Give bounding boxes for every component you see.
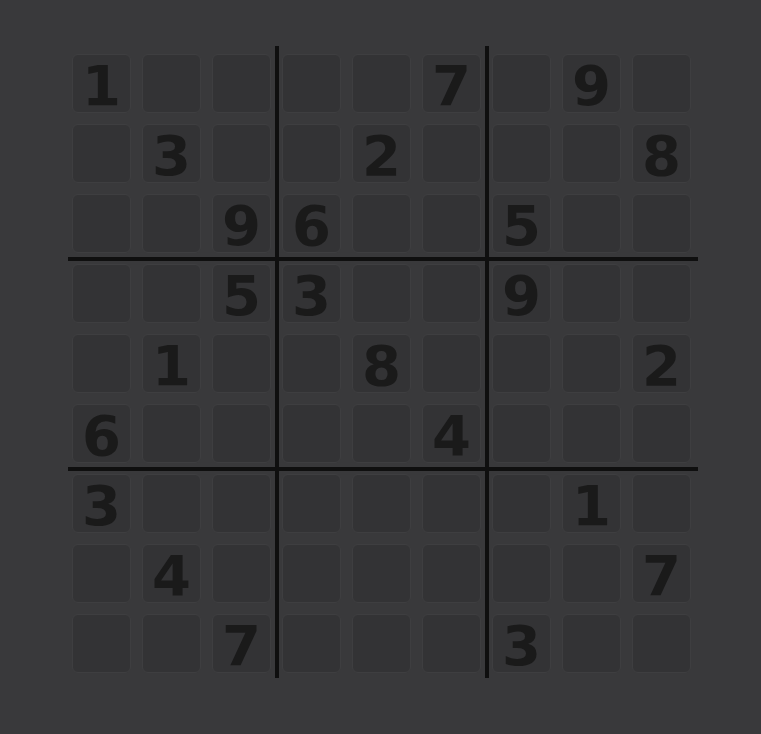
cell-r4c6[interactable]	[422, 264, 481, 323]
cell-r3c9[interactable]	[632, 194, 691, 253]
cell-r2c3[interactable]	[212, 124, 271, 183]
cell-r8c7[interactable]	[492, 544, 551, 603]
cell-r9c8[interactable]	[562, 614, 621, 673]
cell-r8c4[interactable]	[282, 544, 341, 603]
cell-r4c2[interactable]	[142, 264, 201, 323]
box-separator-vertical-right	[485, 46, 489, 678]
cell-r7c6[interactable]	[422, 474, 481, 533]
cell-r1c1[interactable]: 1	[72, 54, 131, 113]
cell-r6c4[interactable]	[282, 404, 341, 463]
cell-r3c3[interactable]: 9	[212, 194, 271, 253]
cell-r5c4[interactable]	[282, 334, 341, 393]
cell-r6c5[interactable]	[352, 404, 411, 463]
given-digit: 2	[642, 338, 681, 394]
box-separator-horizontal-top	[68, 257, 698, 261]
cell-r2c5[interactable]: 2	[352, 124, 411, 183]
given-digit: 3	[82, 478, 121, 534]
cell-r4c3[interactable]: 5	[212, 264, 271, 323]
cell-r7c4[interactable]	[282, 474, 341, 533]
cell-r6c6[interactable]: 4	[422, 404, 481, 463]
cell-r2c9[interactable]: 8	[632, 124, 691, 183]
cell-r2c7[interactable]	[492, 124, 551, 183]
given-digit: 3	[152, 128, 191, 184]
cell-r8c1[interactable]	[72, 544, 131, 603]
cell-r3c2[interactable]	[142, 194, 201, 253]
box-separator-horizontal-bottom	[68, 467, 698, 471]
cell-r3c8[interactable]	[562, 194, 621, 253]
given-digit: 7	[432, 58, 471, 114]
cell-r1c5[interactable]	[352, 54, 411, 113]
cell-r9c2[interactable]	[142, 614, 201, 673]
given-digit: 8	[642, 128, 681, 184]
cell-r1c7[interactable]	[492, 54, 551, 113]
given-digit: 5	[502, 198, 541, 254]
cell-r8c9[interactable]: 7	[632, 544, 691, 603]
cell-r4c7[interactable]: 9	[492, 264, 551, 323]
given-digit: 9	[572, 58, 611, 114]
cell-r3c1[interactable]	[72, 194, 131, 253]
cell-r7c7[interactable]	[492, 474, 551, 533]
cell-r8c5[interactable]	[352, 544, 411, 603]
cell-r6c9[interactable]	[632, 404, 691, 463]
cell-r5c3[interactable]	[212, 334, 271, 393]
cell-r3c4[interactable]: 6	[282, 194, 341, 253]
cell-r1c4[interactable]	[282, 54, 341, 113]
cell-r3c5[interactable]	[352, 194, 411, 253]
given-digit: 7	[222, 618, 261, 674]
cell-r1c3[interactable]	[212, 54, 271, 113]
cell-r5c5[interactable]: 8	[352, 334, 411, 393]
cell-r4c4[interactable]: 3	[282, 264, 341, 323]
cell-r1c6[interactable]: 7	[422, 54, 481, 113]
given-digit: 6	[292, 198, 331, 254]
cell-r5c1[interactable]	[72, 334, 131, 393]
given-digit: 4	[152, 548, 191, 604]
given-digit: 5	[222, 268, 261, 324]
cell-r4c8[interactable]	[562, 264, 621, 323]
cell-r1c9[interactable]	[632, 54, 691, 113]
given-digit: 2	[362, 128, 401, 184]
cell-r5c2[interactable]: 1	[142, 334, 201, 393]
cell-r9c4[interactable]	[282, 614, 341, 673]
cell-r9c6[interactable]	[422, 614, 481, 673]
cell-r2c4[interactable]	[282, 124, 341, 183]
given-digit: 9	[502, 268, 541, 324]
given-digit: 8	[362, 338, 401, 394]
cell-r9c3[interactable]: 7	[212, 614, 271, 673]
cell-r9c7[interactable]: 3	[492, 614, 551, 673]
given-digit: 1	[82, 58, 121, 114]
cell-r2c2[interactable]: 3	[142, 124, 201, 183]
cell-r9c1[interactable]	[72, 614, 131, 673]
cell-r5c9[interactable]: 2	[632, 334, 691, 393]
cell-r8c6[interactable]	[422, 544, 481, 603]
given-digit: 3	[502, 618, 541, 674]
cell-r5c8[interactable]	[562, 334, 621, 393]
cell-r2c6[interactable]	[422, 124, 481, 183]
cell-r5c6[interactable]	[422, 334, 481, 393]
given-digit: 9	[222, 198, 261, 254]
sudoku-board: 17932896553918264314773	[72, 54, 691, 673]
cell-r6c2[interactable]	[142, 404, 201, 463]
given-digit: 1	[152, 338, 191, 394]
cell-r2c8[interactable]	[562, 124, 621, 183]
cell-r9c9[interactable]	[632, 614, 691, 673]
cell-r4c5[interactable]	[352, 264, 411, 323]
cell-r8c8[interactable]	[562, 544, 621, 603]
cell-r6c7[interactable]	[492, 404, 551, 463]
cell-r8c2[interactable]: 4	[142, 544, 201, 603]
cell-r3c6[interactable]	[422, 194, 481, 253]
cell-r1c2[interactable]	[142, 54, 201, 113]
cell-r6c3[interactable]	[212, 404, 271, 463]
cell-r1c8[interactable]: 9	[562, 54, 621, 113]
given-digit: 1	[572, 478, 611, 534]
cell-r6c1[interactable]: 6	[72, 404, 131, 463]
cell-r9c5[interactable]	[352, 614, 411, 673]
cell-r7c1[interactable]: 3	[72, 474, 131, 533]
cell-r4c9[interactable]	[632, 264, 691, 323]
given-digit: 4	[432, 408, 471, 464]
cell-r7c8[interactable]: 1	[562, 474, 621, 533]
cell-r4c1[interactable]	[72, 264, 131, 323]
given-digit: 7	[642, 548, 681, 604]
given-digit: 3	[292, 268, 331, 324]
cell-r7c3[interactable]	[212, 474, 271, 533]
cell-r5c7[interactable]	[492, 334, 551, 393]
cell-r7c9[interactable]	[632, 474, 691, 533]
cell-r8c3[interactable]	[212, 544, 271, 603]
cell-r7c5[interactable]	[352, 474, 411, 533]
cell-r7c2[interactable]	[142, 474, 201, 533]
cell-r3c7[interactable]: 5	[492, 194, 551, 253]
cell-r6c8[interactable]	[562, 404, 621, 463]
cell-r2c1[interactable]	[72, 124, 131, 183]
given-digit: 6	[82, 408, 121, 464]
box-separator-vertical-left	[275, 46, 279, 678]
